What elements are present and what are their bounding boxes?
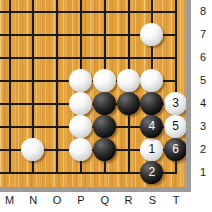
coord-col-P: P bbox=[73, 194, 89, 206]
stone-black-T2[interactable]: 6 bbox=[164, 138, 186, 161]
stone-white-R5[interactable] bbox=[117, 69, 140, 92]
coord-row-1: 1 bbox=[195, 165, 211, 180]
grid-line-row-8 bbox=[0, 11, 177, 13]
move-number-label: 2 bbox=[140, 161, 163, 184]
coord-row-2: 2 bbox=[195, 142, 211, 157]
coord-row-5: 5 bbox=[195, 73, 211, 88]
board-edge-bar-right bbox=[186, 0, 191, 192]
move-number-label: 1 bbox=[140, 138, 163, 161]
stone-black-Q2[interactable] bbox=[93, 138, 116, 161]
move-number-label: 3 bbox=[164, 92, 186, 115]
move-number-label: 4 bbox=[140, 115, 163, 138]
stone-white-S7[interactable] bbox=[140, 23, 163, 46]
grid-line-col-O bbox=[56, 0, 58, 174]
stone-black-S1[interactable]: 2 bbox=[140, 161, 163, 184]
coord-col-T: T bbox=[168, 194, 184, 206]
stone-white-P2[interactable] bbox=[69, 138, 92, 161]
coord-col-M: M bbox=[2, 194, 18, 206]
go-board[interactable]: 351462 bbox=[0, 0, 186, 187]
stone-white-T3[interactable]: 5 bbox=[164, 115, 186, 138]
coord-col-O: O bbox=[49, 194, 65, 206]
grid-line-row-6 bbox=[0, 57, 177, 59]
stone-black-S4[interactable] bbox=[140, 92, 163, 115]
stone-white-P4[interactable] bbox=[69, 92, 92, 115]
stone-white-P3[interactable] bbox=[69, 115, 92, 138]
coord-col-N: N bbox=[25, 194, 41, 206]
coord-row-6: 6 bbox=[195, 50, 211, 65]
stone-black-S3[interactable]: 4 bbox=[140, 115, 163, 138]
stone-white-T4[interactable]: 3 bbox=[164, 92, 186, 115]
stone-white-P5[interactable] bbox=[69, 69, 92, 92]
stone-white-Q5[interactable] bbox=[93, 69, 116, 92]
board-edge-bar-bottom bbox=[0, 187, 191, 192]
stone-black-Q4[interactable] bbox=[93, 92, 116, 115]
coord-row-4: 4 bbox=[195, 96, 211, 111]
coord-col-Q: Q bbox=[97, 194, 113, 206]
stone-white-S2[interactable]: 1 bbox=[140, 138, 163, 161]
move-number-label: 5 bbox=[164, 115, 186, 138]
coord-col-S: S bbox=[144, 194, 160, 206]
stone-white-S5[interactable] bbox=[140, 69, 163, 92]
go-diagram: 351462 MNOPQRST87654321 bbox=[0, 0, 212, 212]
coord-row-8: 8 bbox=[195, 4, 211, 19]
coord-row-3: 3 bbox=[195, 119, 211, 134]
coord-row-7: 7 bbox=[195, 27, 211, 42]
stone-white-N2[interactable] bbox=[21, 138, 44, 161]
move-number-label: 6 bbox=[164, 138, 186, 161]
grid-line-col-M bbox=[9, 0, 11, 174]
stone-black-R4[interactable] bbox=[117, 92, 140, 115]
coord-col-R: R bbox=[121, 194, 137, 206]
stone-black-Q3[interactable] bbox=[93, 115, 116, 138]
